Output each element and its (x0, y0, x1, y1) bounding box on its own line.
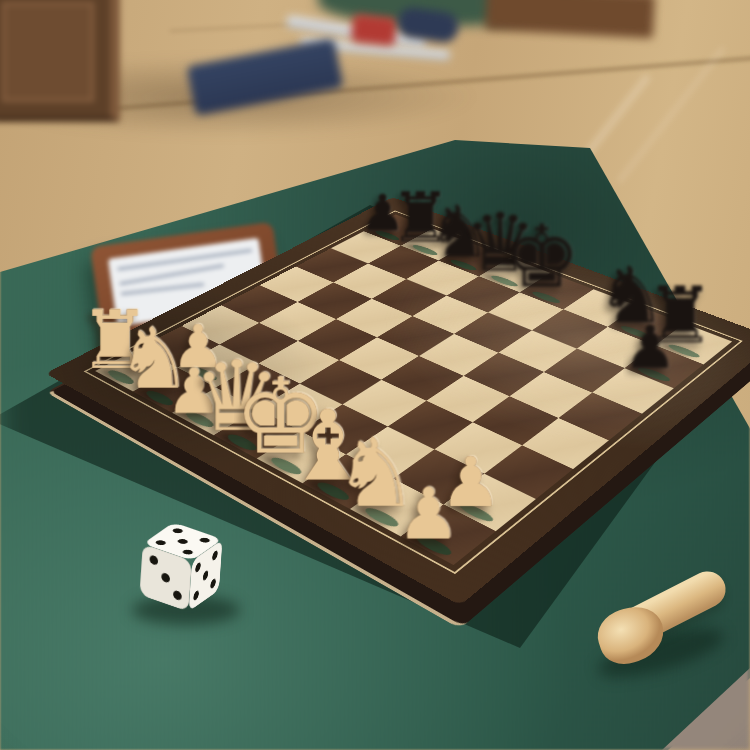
black-pawn[interactable]: ♟ (623, 318, 676, 377)
die-pip (197, 537, 211, 544)
scissors-grip (351, 14, 398, 46)
die-pip (203, 569, 209, 582)
photo-scene: ♟♜♞♛♚♞♜♟♟♟♜♞♟♛♚♝♞♟ (0, 0, 750, 750)
die-pip (212, 550, 218, 563)
black-king[interactable]: ♚ (504, 214, 581, 300)
die-pip (181, 549, 195, 556)
die-pip (176, 538, 190, 545)
handwriting-line (117, 249, 252, 271)
white-die (155, 533, 207, 601)
die-pip (171, 528, 185, 535)
wooden-box-panel (2, 2, 94, 102)
die-pip (154, 539, 168, 546)
die-pip (193, 589, 199, 602)
square-f6[interactable] (498, 330, 577, 372)
white-pawn[interactable]: ♟ (396, 478, 459, 549)
die-pip (173, 589, 182, 601)
die-pip (150, 555, 159, 567)
die-pip (210, 577, 216, 590)
wooden-box (0, 0, 120, 122)
die-pip (161, 572, 170, 584)
die-pip (195, 561, 201, 574)
